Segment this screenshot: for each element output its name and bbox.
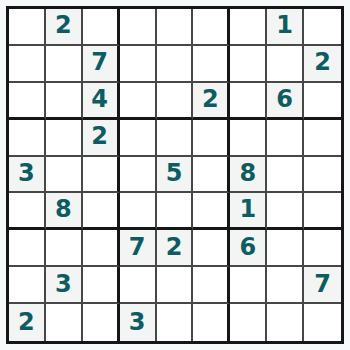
cell-r9c1[interactable]: 2 (9, 304, 46, 341)
cell-r3c4[interactable] (120, 83, 157, 120)
cell-r6c9[interactable] (304, 193, 341, 230)
cell-r8c2[interactable]: 3 (46, 267, 83, 304)
cell-r1c5[interactable] (157, 9, 194, 46)
cell-r7c4[interactable]: 7 (120, 230, 157, 267)
given-digit: 2 (314, 50, 331, 74)
cell-r6c3[interactable] (83, 193, 120, 230)
cell-r8c5[interactable] (157, 267, 194, 304)
given-digit: 6 (239, 235, 256, 259)
cell-r3c7[interactable] (230, 83, 267, 120)
given-digit: 8 (239, 161, 256, 185)
cell-r8c9[interactable]: 7 (304, 267, 341, 304)
cell-r8c4[interactable] (120, 267, 157, 304)
given-digit: 3 (18, 161, 35, 185)
cell-r5c2[interactable] (46, 157, 83, 194)
given-digit: 2 (18, 310, 35, 334)
cell-r7c5[interactable]: 2 (157, 230, 194, 267)
given-digit: 2 (55, 13, 72, 37)
given-digit: 7 (129, 235, 146, 259)
cell-r3c2[interactable] (46, 83, 83, 120)
cell-r6c5[interactable] (157, 193, 194, 230)
cell-r5c9[interactable] (304, 157, 341, 194)
cell-r3c8[interactable]: 6 (267, 83, 304, 120)
cell-r6c6[interactable] (193, 193, 230, 230)
cell-r4c7[interactable] (230, 120, 267, 157)
cell-r2c7[interactable] (230, 46, 267, 83)
cell-r3c6[interactable]: 2 (193, 83, 230, 120)
cell-r7c7[interactable]: 6 (230, 230, 267, 267)
cell-r4c1[interactable] (9, 120, 46, 157)
cell-r1c2[interactable]: 2 (46, 9, 83, 46)
cell-r4c4[interactable] (120, 120, 157, 157)
cell-r1c4[interactable] (120, 9, 157, 46)
given-digit: 2 (91, 124, 108, 148)
cell-r9c4[interactable]: 3 (120, 304, 157, 341)
cell-r2c9[interactable]: 2 (304, 46, 341, 83)
cell-r6c7[interactable]: 1 (230, 193, 267, 230)
cell-r2c4[interactable] (120, 46, 157, 83)
cell-r3c3[interactable]: 4 (83, 83, 120, 120)
cell-r7c8[interactable] (267, 230, 304, 267)
given-digit: 3 (129, 310, 146, 334)
cell-r9c3[interactable] (83, 304, 120, 341)
cell-r3c9[interactable] (304, 83, 341, 120)
given-digit: 8 (55, 197, 72, 221)
given-digit: 5 (166, 161, 183, 185)
cell-r5c4[interactable] (120, 157, 157, 194)
cell-r5c6[interactable] (193, 157, 230, 194)
given-digit: 2 (202, 87, 219, 111)
sudoku-board: 21724262358817263723 (6, 6, 344, 344)
cell-r2c6[interactable] (193, 46, 230, 83)
cell-r4c9[interactable] (304, 120, 341, 157)
cell-r4c8[interactable] (267, 120, 304, 157)
cell-r1c9[interactable] (304, 9, 341, 46)
cell-r6c8[interactable] (267, 193, 304, 230)
cell-r8c7[interactable] (230, 267, 267, 304)
cell-r6c4[interactable] (120, 193, 157, 230)
cell-r5c7[interactable]: 8 (230, 157, 267, 194)
cell-r4c2[interactable] (46, 120, 83, 157)
cell-r1c7[interactable] (230, 9, 267, 46)
given-digit: 1 (239, 197, 256, 221)
cell-r8c6[interactable] (193, 267, 230, 304)
cell-r5c8[interactable] (267, 157, 304, 194)
cell-r9c7[interactable] (230, 304, 267, 341)
cell-r7c1[interactable] (9, 230, 46, 267)
given-digit: 2 (166, 235, 183, 259)
cell-r8c3[interactable] (83, 267, 120, 304)
cell-r2c5[interactable] (157, 46, 194, 83)
cell-r9c9[interactable] (304, 304, 341, 341)
cell-r5c1[interactable]: 3 (9, 157, 46, 194)
given-digit: 7 (91, 50, 108, 74)
cell-r1c3[interactable] (83, 9, 120, 46)
cell-r6c2[interactable]: 8 (46, 193, 83, 230)
cell-r7c6[interactable] (193, 230, 230, 267)
given-digit: 6 (276, 87, 293, 111)
cell-r2c1[interactable] (9, 46, 46, 83)
given-digit: 7 (314, 272, 331, 296)
cell-r5c3[interactable] (83, 157, 120, 194)
cell-r7c9[interactable] (304, 230, 341, 267)
cell-r5c5[interactable]: 5 (157, 157, 194, 194)
cell-r8c8[interactable] (267, 267, 304, 304)
given-digit: 1 (276, 13, 293, 37)
cell-r6c1[interactable] (9, 193, 46, 230)
cell-r1c1[interactable] (9, 9, 46, 46)
cell-r2c3[interactable]: 7 (83, 46, 120, 83)
given-digit: 3 (55, 272, 72, 296)
cell-r9c5[interactable] (157, 304, 194, 341)
cell-r2c2[interactable] (46, 46, 83, 83)
cell-r4c3[interactable]: 2 (83, 120, 120, 157)
given-digit: 4 (91, 87, 108, 111)
cell-r2c8[interactable] (267, 46, 304, 83)
cell-r1c8[interactable]: 1 (267, 9, 304, 46)
cell-r8c1[interactable] (9, 267, 46, 304)
cell-r7c3[interactable] (83, 230, 120, 267)
cell-r3c1[interactable] (9, 83, 46, 120)
cell-r3c5[interactable] (157, 83, 194, 120)
cell-r1c6[interactable] (193, 9, 230, 46)
cell-r9c2[interactable] (46, 304, 83, 341)
cell-r4c6[interactable] (193, 120, 230, 157)
cell-r9c8[interactable] (267, 304, 304, 341)
cell-r9c6[interactable] (193, 304, 230, 341)
cell-r7c2[interactable] (46, 230, 83, 267)
cell-r4c5[interactable] (157, 120, 194, 157)
